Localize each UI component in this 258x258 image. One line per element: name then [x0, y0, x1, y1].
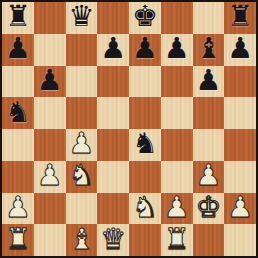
square-b8[interactable]	[34, 2, 66, 34]
square-d8[interactable]	[97, 2, 129, 34]
square-b1[interactable]	[34, 224, 66, 256]
square-e7[interactable]: ♟	[129, 34, 161, 66]
piece-black-pawn[interactable]: ♟	[164, 34, 190, 63]
square-h7[interactable]: ♟	[224, 34, 256, 66]
piece-black-pawn[interactable]: ♟	[5, 34, 31, 63]
square-e5[interactable]	[129, 97, 161, 129]
square-g5[interactable]	[193, 97, 225, 129]
piece-white-pawn[interactable]: ♟	[195, 161, 221, 190]
square-f6[interactable]	[161, 66, 193, 98]
piece-black-knight[interactable]: ♞	[132, 129, 158, 158]
piece-black-pawn[interactable]: ♟	[195, 66, 221, 95]
piece-white-pawn[interactable]: ♟	[164, 193, 190, 222]
square-a8[interactable]: ♜	[2, 2, 34, 34]
square-c3[interactable]: ♞	[66, 161, 98, 193]
square-e1[interactable]	[129, 224, 161, 256]
piece-white-rook[interactable]: ♜	[164, 225, 190, 254]
square-a5[interactable]: ♞	[2, 97, 34, 129]
square-f7[interactable]: ♟	[161, 34, 193, 66]
square-a3[interactable]	[2, 161, 34, 193]
square-g1[interactable]	[193, 224, 225, 256]
square-c5[interactable]	[66, 97, 98, 129]
piece-black-pawn[interactable]: ♟	[132, 34, 158, 63]
square-g6[interactable]: ♟	[193, 66, 225, 98]
square-b4[interactable]	[34, 129, 66, 161]
square-f3[interactable]	[161, 161, 193, 193]
square-g4[interactable]	[193, 129, 225, 161]
piece-white-rook[interactable]: ♜	[5, 225, 31, 254]
square-d5[interactable]	[97, 97, 129, 129]
square-b6[interactable]: ♟	[34, 66, 66, 98]
square-d7[interactable]: ♟	[97, 34, 129, 66]
square-a6[interactable]	[2, 66, 34, 98]
square-c6[interactable]	[66, 66, 98, 98]
piece-white-pawn[interactable]: ♟	[68, 129, 94, 158]
square-h3[interactable]	[224, 161, 256, 193]
square-h6[interactable]	[224, 66, 256, 98]
square-f8[interactable]	[161, 2, 193, 34]
square-d4[interactable]	[97, 129, 129, 161]
piece-black-pawn[interactable]: ♟	[100, 34, 126, 63]
square-a4[interactable]	[2, 129, 34, 161]
piece-white-pawn[interactable]: ♟	[37, 161, 63, 190]
square-e3[interactable]	[129, 161, 161, 193]
chess-board: ♜♛♚♜♟♟♟♟♝♟♟♟♞♟♞♟♞♟♟♞♟♚♟♜♝♛♜	[0, 0, 258, 258]
square-f2[interactable]: ♟	[161, 193, 193, 225]
piece-white-knight[interactable]: ♞	[132, 193, 158, 222]
square-e4[interactable]: ♞	[129, 129, 161, 161]
square-c8[interactable]: ♛	[66, 2, 98, 34]
square-f5[interactable]	[161, 97, 193, 129]
square-a2[interactable]: ♟	[2, 193, 34, 225]
square-d3[interactable]	[97, 161, 129, 193]
square-a7[interactable]: ♟	[2, 34, 34, 66]
square-b3[interactable]: ♟	[34, 161, 66, 193]
square-h4[interactable]	[224, 129, 256, 161]
square-g8[interactable]	[193, 2, 225, 34]
piece-black-rook[interactable]: ♜	[5, 2, 31, 31]
square-c4[interactable]: ♟	[66, 129, 98, 161]
square-h2[interactable]: ♟	[224, 193, 256, 225]
square-h8[interactable]: ♜	[224, 2, 256, 34]
square-b7[interactable]	[34, 34, 66, 66]
piece-white-bishop[interactable]: ♝	[68, 225, 94, 254]
piece-black-pawn[interactable]: ♟	[37, 66, 63, 95]
piece-black-bishop[interactable]: ♝	[195, 34, 221, 63]
square-e8[interactable]: ♚	[129, 2, 161, 34]
square-h5[interactable]	[224, 97, 256, 129]
square-d6[interactable]	[97, 66, 129, 98]
square-c2[interactable]	[66, 193, 98, 225]
square-h1[interactable]	[224, 224, 256, 256]
piece-black-rook[interactable]: ♜	[227, 2, 253, 31]
square-g2[interactable]: ♚	[193, 193, 225, 225]
square-b5[interactable]	[34, 97, 66, 129]
square-g3[interactable]: ♟	[193, 161, 225, 193]
square-c1[interactable]: ♝	[66, 224, 98, 256]
square-e6[interactable]	[129, 66, 161, 98]
square-d2[interactable]	[97, 193, 129, 225]
piece-black-knight[interactable]: ♞	[5, 98, 31, 127]
square-f4[interactable]	[161, 129, 193, 161]
square-c7[interactable]	[66, 34, 98, 66]
piece-white-pawn[interactable]: ♟	[5, 193, 31, 222]
piece-white-king[interactable]: ♚	[195, 193, 221, 222]
square-e2[interactable]: ♞	[129, 193, 161, 225]
square-d1[interactable]: ♛	[97, 224, 129, 256]
piece-black-queen[interactable]: ♛	[68, 2, 94, 31]
square-b2[interactable]	[34, 193, 66, 225]
square-a1[interactable]: ♜	[2, 224, 34, 256]
square-g7[interactable]: ♝	[193, 34, 225, 66]
piece-white-queen[interactable]: ♛	[100, 225, 126, 254]
piece-white-knight[interactable]: ♞	[68, 161, 94, 190]
piece-black-pawn[interactable]: ♟	[227, 34, 253, 63]
piece-white-pawn[interactable]: ♟	[227, 193, 253, 222]
square-f1[interactable]: ♜	[161, 224, 193, 256]
piece-black-king[interactable]: ♚	[132, 2, 158, 31]
